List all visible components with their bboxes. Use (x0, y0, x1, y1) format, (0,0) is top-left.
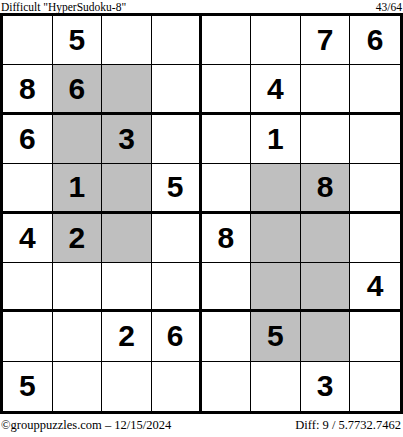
footer-bar: ©grouppuzzles.com – 12/15/2024 Diff: 9 /… (0, 418, 403, 432)
given-cell-r2c6: 4 (251, 65, 301, 114)
empty-cell-r8c4[interactable] (152, 362, 202, 411)
empty-cell-r5c4[interactable] (152, 214, 202, 263)
given-cell-r5c2: 2 (53, 214, 103, 263)
given-cell-r7c6: 5 (251, 312, 301, 361)
empty-cell-r3c5[interactable] (202, 115, 252, 164)
empty-cell-r5c3[interactable] (102, 214, 152, 263)
empty-cell-r5c8[interactable] (350, 214, 400, 263)
empty-cell-r7c1[interactable] (3, 312, 53, 361)
empty-cell-r1c5[interactable] (202, 16, 252, 65)
empty-cell-r5c6[interactable] (251, 214, 301, 263)
empty-cell-r8c5[interactable] (202, 362, 252, 411)
empty-cell-r2c5[interactable] (202, 65, 252, 114)
empty-cell-r1c3[interactable] (102, 16, 152, 65)
empty-cell-r2c3[interactable] (102, 65, 152, 114)
given-cell-r1c2: 5 (53, 16, 103, 65)
given-cell-r3c6: 1 (251, 115, 301, 164)
empty-cell-r8c8[interactable] (350, 362, 400, 411)
empty-cell-r5c7[interactable] (301, 214, 351, 263)
empty-cell-r8c6[interactable] (251, 362, 301, 411)
empty-cell-r6c3[interactable] (102, 263, 152, 312)
empty-cell-r4c5[interactable] (202, 164, 252, 213)
sudoku-board: 576864631158428426553 (0, 13, 403, 414)
given-cell-r8c7: 3 (301, 362, 351, 411)
difficulty-rating: Diff: 9 / 5.7732.7462 (295, 418, 401, 432)
given-cell-r2c1: 8 (3, 65, 53, 114)
given-cell-r7c3: 2 (102, 312, 152, 361)
empty-cell-r1c1[interactable] (3, 16, 53, 65)
given-cell-r2c2: 6 (53, 65, 103, 114)
empty-cell-r3c8[interactable] (350, 115, 400, 164)
empty-cell-r6c5[interactable] (202, 263, 252, 312)
empty-cell-r8c2[interactable] (53, 362, 103, 411)
empty-cell-r4c6[interactable] (251, 164, 301, 213)
given-cell-r3c1: 6 (3, 115, 53, 164)
given-cell-r5c5: 8 (202, 214, 252, 263)
puzzle-title: Difficult "HyperSudoku-8" (1, 1, 126, 13)
empty-cell-r7c8[interactable] (350, 312, 400, 361)
copyright-date: ©grouppuzzles.com – 12/15/2024 (1, 418, 171, 432)
empty-cell-r7c2[interactable] (53, 312, 103, 361)
given-cell-r1c8: 6 (350, 16, 400, 65)
empty-cell-r4c1[interactable] (3, 164, 53, 213)
empty-cell-r4c8[interactable] (350, 164, 400, 213)
empty-cells-counter: 43/64 (376, 1, 402, 13)
given-cell-r7c4: 6 (152, 312, 202, 361)
header-bar: Difficult "HyperSudoku-8" 43/64 (0, 0, 403, 13)
empty-cell-r3c7[interactable] (301, 115, 351, 164)
empty-cell-r2c8[interactable] (350, 65, 400, 114)
empty-cell-r6c2[interactable] (53, 263, 103, 312)
empty-cell-r6c4[interactable] (152, 263, 202, 312)
empty-cell-r2c4[interactable] (152, 65, 202, 114)
empty-cell-r6c6[interactable] (251, 263, 301, 312)
empty-cell-r7c5[interactable] (202, 312, 252, 361)
given-cell-r6c8: 4 (350, 263, 400, 312)
empty-cell-r8c3[interactable] (102, 362, 152, 411)
empty-cell-r1c6[interactable] (251, 16, 301, 65)
empty-cell-r1c4[interactable] (152, 16, 202, 65)
given-cell-r4c7: 8 (301, 164, 351, 213)
given-cell-r4c4: 5 (152, 164, 202, 213)
empty-cell-r3c2[interactable] (53, 115, 103, 164)
empty-cell-r2c7[interactable] (301, 65, 351, 114)
given-cell-r5c1: 4 (3, 214, 53, 263)
given-cell-r3c3: 3 (102, 115, 152, 164)
empty-cell-r6c1[interactable] (3, 263, 53, 312)
empty-cell-r4c3[interactable] (102, 164, 152, 213)
empty-cell-r3c4[interactable] (152, 115, 202, 164)
empty-cell-r7c7[interactable] (301, 312, 351, 361)
given-cell-r1c7: 7 (301, 16, 351, 65)
empty-cell-r6c7[interactable] (301, 263, 351, 312)
given-cell-r4c2: 1 (53, 164, 103, 213)
given-cell-r8c1: 5 (3, 362, 53, 411)
